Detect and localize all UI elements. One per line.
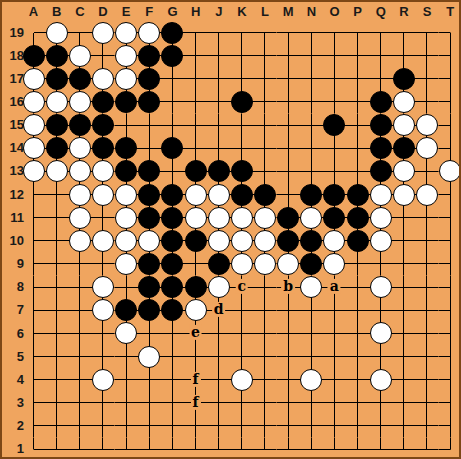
intersection-E4[interactable] <box>115 368 138 391</box>
intersection-N15[interactable] <box>300 114 323 137</box>
intersection-M3[interactable] <box>277 391 300 414</box>
intersection-T10[interactable] <box>439 229 461 252</box>
intersection-A15[interactable] <box>22 114 45 137</box>
intersection-C17[interactable] <box>68 67 91 90</box>
intersection-E13[interactable] <box>115 160 138 183</box>
intersection-D10[interactable] <box>91 229 114 252</box>
intersection-H15[interactable] <box>184 114 207 137</box>
intersection-L10[interactable] <box>253 229 276 252</box>
intersection-C6[interactable] <box>68 322 91 345</box>
intersection-R5[interactable] <box>392 345 415 368</box>
intersection-M11[interactable] <box>277 206 300 229</box>
intersection-G19[interactable] <box>161 21 184 44</box>
intersection-D6[interactable] <box>91 322 114 345</box>
intersection-C16[interactable] <box>68 90 91 113</box>
intersection-A12[interactable] <box>22 183 45 206</box>
intersection-J19[interactable] <box>207 21 230 44</box>
intersection-K17[interactable] <box>230 67 253 90</box>
intersection-T15[interactable] <box>439 114 461 137</box>
intersection-S18[interactable] <box>415 44 438 67</box>
intersection-R12[interactable] <box>392 183 415 206</box>
intersection-M7[interactable] <box>277 299 300 322</box>
intersection-N13[interactable] <box>300 160 323 183</box>
intersection-J12[interactable] <box>207 183 230 206</box>
intersection-G4[interactable] <box>161 368 184 391</box>
intersection-H16[interactable] <box>184 90 207 113</box>
intersection-E18[interactable] <box>115 44 138 67</box>
intersection-Q11[interactable] <box>369 206 392 229</box>
intersection-K10[interactable] <box>230 229 253 252</box>
intersection-R15[interactable] <box>392 114 415 137</box>
intersection-M8[interactable]: b <box>277 276 300 299</box>
intersection-S13[interactable] <box>415 160 438 183</box>
intersection-O13[interactable] <box>323 160 346 183</box>
intersection-C5[interactable] <box>68 345 91 368</box>
intersection-C1[interactable] <box>68 438 91 459</box>
intersection-G6[interactable] <box>161 322 184 345</box>
intersection-D11[interactable] <box>91 206 114 229</box>
intersection-S5[interactable] <box>415 345 438 368</box>
intersection-C4[interactable] <box>68 368 91 391</box>
intersection-F16[interactable] <box>138 90 161 113</box>
intersection-P9[interactable] <box>346 252 369 275</box>
intersection-K2[interactable] <box>230 414 253 437</box>
intersection-O5[interactable] <box>323 345 346 368</box>
intersection-F5[interactable] <box>138 345 161 368</box>
intersection-B8[interactable] <box>45 276 68 299</box>
intersection-G18[interactable] <box>161 44 184 67</box>
intersection-H13[interactable] <box>184 160 207 183</box>
intersection-Q8[interactable] <box>369 276 392 299</box>
intersection-Q12[interactable] <box>369 183 392 206</box>
intersection-N14[interactable] <box>300 137 323 160</box>
intersection-D17[interactable] <box>91 67 114 90</box>
intersection-B18[interactable] <box>45 44 68 67</box>
intersection-E9[interactable] <box>115 252 138 275</box>
intersection-Q19[interactable] <box>369 21 392 44</box>
intersection-A17[interactable] <box>22 67 45 90</box>
intersection-R19[interactable] <box>392 21 415 44</box>
intersection-N7[interactable] <box>300 299 323 322</box>
intersection-A2[interactable] <box>22 414 45 437</box>
intersection-J3[interactable] <box>207 391 230 414</box>
intersection-O16[interactable] <box>323 90 346 113</box>
intersection-H11[interactable] <box>184 206 207 229</box>
intersection-L7[interactable] <box>253 299 276 322</box>
intersection-R7[interactable] <box>392 299 415 322</box>
intersection-Q3[interactable] <box>369 391 392 414</box>
intersection-J5[interactable] <box>207 345 230 368</box>
intersection-K4[interactable] <box>230 368 253 391</box>
intersection-J7[interactable]: d <box>207 299 230 322</box>
intersection-H7[interactable] <box>184 299 207 322</box>
intersection-C3[interactable] <box>68 391 91 414</box>
intersection-Q17[interactable] <box>369 67 392 90</box>
intersection-T9[interactable] <box>439 252 461 275</box>
intersection-N12[interactable] <box>300 183 323 206</box>
intersection-S17[interactable] <box>415 67 438 90</box>
intersection-T7[interactable] <box>439 299 461 322</box>
intersection-H3[interactable]: f <box>184 391 207 414</box>
intersection-M1[interactable] <box>277 438 300 459</box>
intersection-D3[interactable] <box>91 391 114 414</box>
intersection-M9[interactable] <box>277 252 300 275</box>
intersection-R1[interactable] <box>392 438 415 459</box>
intersection-O17[interactable] <box>323 67 346 90</box>
intersection-N8[interactable] <box>300 276 323 299</box>
intersection-S3[interactable] <box>415 391 438 414</box>
intersection-E3[interactable] <box>115 391 138 414</box>
intersection-P5[interactable] <box>346 345 369 368</box>
intersection-C11[interactable] <box>68 206 91 229</box>
intersection-C2[interactable] <box>68 414 91 437</box>
intersection-L17[interactable] <box>253 67 276 90</box>
intersection-O14[interactable] <box>323 137 346 160</box>
intersection-A4[interactable] <box>22 368 45 391</box>
intersection-C19[interactable] <box>68 21 91 44</box>
intersection-N19[interactable] <box>300 21 323 44</box>
intersection-A10[interactable] <box>22 229 45 252</box>
intersection-O1[interactable] <box>323 438 346 459</box>
intersection-Q18[interactable] <box>369 44 392 67</box>
intersection-B10[interactable] <box>45 229 68 252</box>
intersection-E12[interactable] <box>115 183 138 206</box>
intersection-P3[interactable] <box>346 391 369 414</box>
intersection-L19[interactable] <box>253 21 276 44</box>
intersection-K16[interactable] <box>230 90 253 113</box>
intersection-N3[interactable] <box>300 391 323 414</box>
intersection-B15[interactable] <box>45 114 68 137</box>
intersection-F10[interactable] <box>138 229 161 252</box>
intersection-A19[interactable] <box>22 21 45 44</box>
intersection-A16[interactable] <box>22 90 45 113</box>
intersection-P14[interactable] <box>346 137 369 160</box>
intersection-M18[interactable] <box>277 44 300 67</box>
intersection-P1[interactable] <box>346 438 369 459</box>
intersection-F9[interactable] <box>138 252 161 275</box>
intersection-S14[interactable] <box>415 137 438 160</box>
intersection-Q14[interactable] <box>369 137 392 160</box>
intersection-O19[interactable] <box>323 21 346 44</box>
intersection-S11[interactable] <box>415 206 438 229</box>
intersection-N18[interactable] <box>300 44 323 67</box>
intersection-F3[interactable] <box>138 391 161 414</box>
intersection-S7[interactable] <box>415 299 438 322</box>
intersection-J13[interactable] <box>207 160 230 183</box>
intersection-O2[interactable] <box>323 414 346 437</box>
intersection-K3[interactable] <box>230 391 253 414</box>
intersection-H18[interactable] <box>184 44 207 67</box>
intersection-D1[interactable] <box>91 438 114 459</box>
intersection-D4[interactable] <box>91 368 114 391</box>
intersection-C15[interactable] <box>68 114 91 137</box>
intersection-F13[interactable] <box>138 160 161 183</box>
intersection-Q6[interactable] <box>369 322 392 345</box>
intersection-O18[interactable] <box>323 44 346 67</box>
intersection-N5[interactable] <box>300 345 323 368</box>
intersection-N9[interactable] <box>300 252 323 275</box>
intersection-L6[interactable] <box>253 322 276 345</box>
intersection-E15[interactable] <box>115 114 138 137</box>
intersection-J2[interactable] <box>207 414 230 437</box>
intersection-T19[interactable] <box>439 21 461 44</box>
intersection-J1[interactable] <box>207 438 230 459</box>
intersection-E5[interactable] <box>115 345 138 368</box>
intersection-F6[interactable] <box>138 322 161 345</box>
intersection-A11[interactable] <box>22 206 45 229</box>
intersection-F15[interactable] <box>138 114 161 137</box>
intersection-J18[interactable] <box>207 44 230 67</box>
intersection-C10[interactable] <box>68 229 91 252</box>
intersection-N10[interactable] <box>300 229 323 252</box>
intersection-O9[interactable] <box>323 252 346 275</box>
intersection-E11[interactable] <box>115 206 138 229</box>
intersection-R8[interactable] <box>392 276 415 299</box>
intersection-H4[interactable]: f <box>184 368 207 391</box>
intersection-G17[interactable] <box>161 67 184 90</box>
intersection-A18[interactable] <box>22 44 45 67</box>
intersection-J9[interactable] <box>207 252 230 275</box>
intersection-P12[interactable] <box>346 183 369 206</box>
intersection-A8[interactable] <box>22 276 45 299</box>
intersection-H2[interactable] <box>184 414 207 437</box>
intersection-B16[interactable] <box>45 90 68 113</box>
intersection-M19[interactable] <box>277 21 300 44</box>
intersection-O8[interactable]: a <box>323 276 346 299</box>
intersection-E14[interactable] <box>115 137 138 160</box>
intersection-P6[interactable] <box>346 322 369 345</box>
intersection-K1[interactable] <box>230 438 253 459</box>
intersection-F17[interactable] <box>138 67 161 90</box>
intersection-B19[interactable] <box>45 21 68 44</box>
intersection-R6[interactable] <box>392 322 415 345</box>
intersection-H19[interactable] <box>184 21 207 44</box>
intersection-N11[interactable] <box>300 206 323 229</box>
intersection-E1[interactable] <box>115 438 138 459</box>
intersection-S16[interactable] <box>415 90 438 113</box>
intersection-F2[interactable] <box>138 414 161 437</box>
intersection-J14[interactable] <box>207 137 230 160</box>
intersection-L9[interactable] <box>253 252 276 275</box>
intersection-D9[interactable] <box>91 252 114 275</box>
intersection-D15[interactable] <box>91 114 114 137</box>
intersection-S6[interactable] <box>415 322 438 345</box>
intersection-N6[interactable] <box>300 322 323 345</box>
intersection-S19[interactable] <box>415 21 438 44</box>
intersection-K6[interactable] <box>230 322 253 345</box>
intersection-E10[interactable] <box>115 229 138 252</box>
intersection-K19[interactable] <box>230 21 253 44</box>
intersection-L15[interactable] <box>253 114 276 137</box>
intersection-F11[interactable] <box>138 206 161 229</box>
intersection-H14[interactable] <box>184 137 207 160</box>
intersection-C12[interactable] <box>68 183 91 206</box>
intersection-H9[interactable] <box>184 252 207 275</box>
intersection-F12[interactable] <box>138 183 161 206</box>
intersection-G3[interactable] <box>161 391 184 414</box>
intersection-S15[interactable] <box>415 114 438 137</box>
intersection-T14[interactable] <box>439 137 461 160</box>
intersection-P11[interactable] <box>346 206 369 229</box>
intersection-D7[interactable] <box>91 299 114 322</box>
intersection-H12[interactable] <box>184 183 207 206</box>
intersection-Q9[interactable] <box>369 252 392 275</box>
intersection-P10[interactable] <box>346 229 369 252</box>
intersection-T18[interactable] <box>439 44 461 67</box>
intersection-G16[interactable] <box>161 90 184 113</box>
intersection-N17[interactable] <box>300 67 323 90</box>
intersection-P13[interactable] <box>346 160 369 183</box>
intersection-L18[interactable] <box>253 44 276 67</box>
intersection-S9[interactable] <box>415 252 438 275</box>
intersection-G9[interactable] <box>161 252 184 275</box>
intersection-E7[interactable] <box>115 299 138 322</box>
intersection-C18[interactable] <box>68 44 91 67</box>
intersection-G8[interactable] <box>161 276 184 299</box>
intersection-G7[interactable] <box>161 299 184 322</box>
intersection-R4[interactable] <box>392 368 415 391</box>
intersection-H8[interactable] <box>184 276 207 299</box>
intersection-F18[interactable] <box>138 44 161 67</box>
intersection-M17[interactable] <box>277 67 300 90</box>
intersection-M12[interactable] <box>277 183 300 206</box>
intersection-K5[interactable] <box>230 345 253 368</box>
intersection-P15[interactable] <box>346 114 369 137</box>
intersection-M13[interactable] <box>277 160 300 183</box>
intersection-B12[interactable] <box>45 183 68 206</box>
intersection-Q2[interactable] <box>369 414 392 437</box>
intersection-M16[interactable] <box>277 90 300 113</box>
intersection-H6[interactable]: e <box>184 322 207 345</box>
intersection-A5[interactable] <box>22 345 45 368</box>
intersection-C9[interactable] <box>68 252 91 275</box>
intersection-T2[interactable] <box>439 414 461 437</box>
intersection-L14[interactable] <box>253 137 276 160</box>
intersection-P2[interactable] <box>346 414 369 437</box>
intersection-T12[interactable] <box>439 183 461 206</box>
intersection-S8[interactable] <box>415 276 438 299</box>
intersection-O7[interactable] <box>323 299 346 322</box>
intersection-R10[interactable] <box>392 229 415 252</box>
intersection-L12[interactable] <box>253 183 276 206</box>
intersection-E6[interactable] <box>115 322 138 345</box>
intersection-K8[interactable]: c <box>230 276 253 299</box>
intersection-E16[interactable] <box>115 90 138 113</box>
intersection-O11[interactable] <box>323 206 346 229</box>
intersection-A13[interactable] <box>22 160 45 183</box>
intersection-P19[interactable] <box>346 21 369 44</box>
intersection-R17[interactable] <box>392 67 415 90</box>
intersection-R16[interactable] <box>392 90 415 113</box>
intersection-N2[interactable] <box>300 414 323 437</box>
intersection-M5[interactable] <box>277 345 300 368</box>
intersection-P8[interactable] <box>346 276 369 299</box>
intersection-D2[interactable] <box>91 414 114 437</box>
intersection-G15[interactable] <box>161 114 184 137</box>
intersection-T3[interactable] <box>439 391 461 414</box>
intersection-A7[interactable] <box>22 299 45 322</box>
intersection-F7[interactable] <box>138 299 161 322</box>
intersection-L13[interactable] <box>253 160 276 183</box>
intersection-O6[interactable] <box>323 322 346 345</box>
intersection-Q5[interactable] <box>369 345 392 368</box>
intersection-Q13[interactable] <box>369 160 392 183</box>
intersection-K9[interactable] <box>230 252 253 275</box>
intersection-J11[interactable] <box>207 206 230 229</box>
intersection-T13[interactable] <box>439 160 461 183</box>
intersection-F4[interactable] <box>138 368 161 391</box>
intersection-B2[interactable] <box>45 414 68 437</box>
intersection-B3[interactable] <box>45 391 68 414</box>
intersection-M10[interactable] <box>277 229 300 252</box>
intersection-A3[interactable] <box>22 391 45 414</box>
intersection-N1[interactable] <box>300 438 323 459</box>
intersection-C7[interactable] <box>68 299 91 322</box>
intersection-D19[interactable] <box>91 21 114 44</box>
intersection-R11[interactable] <box>392 206 415 229</box>
intersection-P4[interactable] <box>346 368 369 391</box>
intersection-O10[interactable] <box>323 229 346 252</box>
intersection-B1[interactable] <box>45 438 68 459</box>
intersection-K18[interactable] <box>230 44 253 67</box>
intersection-T5[interactable] <box>439 345 461 368</box>
intersection-B4[interactable] <box>45 368 68 391</box>
intersection-P7[interactable] <box>346 299 369 322</box>
intersection-G14[interactable] <box>161 137 184 160</box>
intersection-E8[interactable] <box>115 276 138 299</box>
intersection-J10[interactable] <box>207 229 230 252</box>
intersection-E19[interactable] <box>115 21 138 44</box>
intersection-T6[interactable] <box>439 322 461 345</box>
intersection-P17[interactable] <box>346 67 369 90</box>
intersection-K14[interactable] <box>230 137 253 160</box>
intersection-A1[interactable] <box>22 438 45 459</box>
intersection-S12[interactable] <box>415 183 438 206</box>
intersection-J4[interactable] <box>207 368 230 391</box>
intersection-J16[interactable] <box>207 90 230 113</box>
intersection-C14[interactable] <box>68 137 91 160</box>
intersection-C8[interactable] <box>68 276 91 299</box>
intersection-F8[interactable] <box>138 276 161 299</box>
intersection-D12[interactable] <box>91 183 114 206</box>
intersection-R13[interactable] <box>392 160 415 183</box>
intersection-J15[interactable] <box>207 114 230 137</box>
intersection-H10[interactable] <box>184 229 207 252</box>
intersection-J6[interactable] <box>207 322 230 345</box>
intersection-B9[interactable] <box>45 252 68 275</box>
intersection-Q10[interactable] <box>369 229 392 252</box>
intersection-Q4[interactable] <box>369 368 392 391</box>
intersection-A14[interactable] <box>22 137 45 160</box>
intersection-D16[interactable] <box>91 90 114 113</box>
intersection-R14[interactable] <box>392 137 415 160</box>
intersection-F14[interactable] <box>138 137 161 160</box>
intersection-C13[interactable] <box>68 160 91 183</box>
intersection-R18[interactable] <box>392 44 415 67</box>
intersection-B5[interactable] <box>45 345 68 368</box>
intersection-K7[interactable] <box>230 299 253 322</box>
intersection-L16[interactable] <box>253 90 276 113</box>
intersection-T17[interactable] <box>439 67 461 90</box>
intersection-E17[interactable] <box>115 67 138 90</box>
intersection-L3[interactable] <box>253 391 276 414</box>
intersection-S2[interactable] <box>415 414 438 437</box>
intersection-O15[interactable] <box>323 114 346 137</box>
intersection-G12[interactable] <box>161 183 184 206</box>
intersection-Q7[interactable] <box>369 299 392 322</box>
intersection-S4[interactable] <box>415 368 438 391</box>
intersection-B11[interactable] <box>45 206 68 229</box>
